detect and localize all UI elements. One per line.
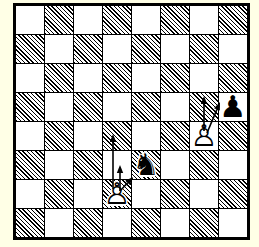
square-f1[interactable]: [161, 209, 189, 237]
black-knight-e3[interactable]: ♞: [133, 151, 160, 179]
piece-glyph: ♙: [191, 118, 218, 153]
square-g1[interactable]: [190, 209, 218, 237]
square-d5[interactable]: [103, 93, 131, 121]
square-a8[interactable]: [16, 6, 44, 34]
chess-board: ♟♟♙♞♟♙: [13, 3, 250, 240]
white-pawn-d2[interactable]: ♟♙: [104, 180, 131, 208]
square-d3[interactable]: [103, 151, 131, 179]
piece-glyph: ♟: [220, 89, 247, 124]
square-f7[interactable]: [161, 35, 189, 63]
square-f8[interactable]: [161, 6, 189, 34]
square-b1[interactable]: [45, 209, 73, 237]
square-d8[interactable]: [103, 6, 131, 34]
square-f6[interactable]: [161, 64, 189, 92]
square-b2[interactable]: [45, 180, 73, 208]
square-c3[interactable]: [74, 151, 102, 179]
square-h2[interactable]: [219, 180, 247, 208]
square-e7[interactable]: [132, 35, 160, 63]
square-b7[interactable]: [45, 35, 73, 63]
square-h6[interactable]: [219, 64, 247, 92]
square-g7[interactable]: [190, 35, 218, 63]
square-f3[interactable]: [161, 151, 189, 179]
piece-glyph: ♙: [104, 176, 131, 211]
square-f4[interactable]: [161, 122, 189, 150]
piece-glyph: ♞: [133, 147, 160, 182]
square-h4[interactable]: [219, 122, 247, 150]
square-c6[interactable]: [74, 64, 102, 92]
white-pawn-g4[interactable]: ♟♙: [191, 122, 218, 150]
square-h5[interactable]: ♟: [219, 93, 247, 121]
square-a1[interactable]: [16, 209, 44, 237]
square-g8[interactable]: [190, 6, 218, 34]
black-pawn-h5[interactable]: ♟: [220, 93, 247, 121]
square-a2[interactable]: [16, 180, 44, 208]
square-a4[interactable]: [16, 122, 44, 150]
square-f5[interactable]: [161, 93, 189, 121]
square-c1[interactable]: [74, 209, 102, 237]
square-e2[interactable]: [132, 180, 160, 208]
square-b3[interactable]: [45, 151, 73, 179]
square-a7[interactable]: [16, 35, 44, 63]
square-g6[interactable]: [190, 64, 218, 92]
square-d2[interactable]: ♟♙: [103, 180, 131, 208]
square-d4[interactable]: [103, 122, 131, 150]
square-h1[interactable]: [219, 209, 247, 237]
square-g2[interactable]: [190, 180, 218, 208]
square-f2[interactable]: [161, 180, 189, 208]
square-b5[interactable]: [45, 93, 73, 121]
square-a5[interactable]: [16, 93, 44, 121]
square-e6[interactable]: [132, 64, 160, 92]
square-e4[interactable]: [132, 122, 160, 150]
diagram-page: ♟♟♙♞♟♙: [0, 0, 259, 247]
square-c4[interactable]: [74, 122, 102, 150]
square-g5[interactable]: [190, 93, 218, 121]
square-g4[interactable]: ♟♙: [190, 122, 218, 150]
square-e3[interactable]: ♞: [132, 151, 160, 179]
square-c2[interactable]: [74, 180, 102, 208]
square-c7[interactable]: [74, 35, 102, 63]
square-e8[interactable]: [132, 6, 160, 34]
square-b6[interactable]: [45, 64, 73, 92]
square-h7[interactable]: [219, 35, 247, 63]
square-a6[interactable]: [16, 64, 44, 92]
square-c5[interactable]: [74, 93, 102, 121]
square-e1[interactable]: [132, 209, 160, 237]
square-a3[interactable]: [16, 151, 44, 179]
square-e5[interactable]: [132, 93, 160, 121]
square-d6[interactable]: [103, 64, 131, 92]
square-d1[interactable]: [103, 209, 131, 237]
square-h8[interactable]: [219, 6, 247, 34]
square-c8[interactable]: [74, 6, 102, 34]
square-b8[interactable]: [45, 6, 73, 34]
square-d7[interactable]: [103, 35, 131, 63]
square-b4[interactable]: [45, 122, 73, 150]
square-h3[interactable]: [219, 151, 247, 179]
square-g3[interactable]: [190, 151, 218, 179]
